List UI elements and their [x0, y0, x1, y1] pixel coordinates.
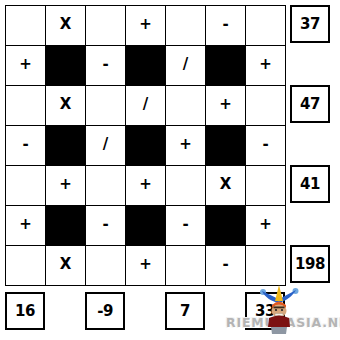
operator-cell-r6c1: +	[6, 206, 46, 246]
entry-cell-r7c3[interactable]	[86, 246, 126, 286]
blocked-cell-r6c4	[126, 206, 166, 246]
col-target--9: -9	[85, 292, 125, 330]
operator-cell-r2c3: -	[86, 46, 126, 86]
col-target-16: 16	[5, 292, 45, 330]
entry-cell-r3c7[interactable]	[246, 86, 286, 126]
blocked-cell-r4c2	[46, 126, 86, 166]
puzzle-grid: X+-+-/+X/+-/+-++X+--+X+-	[5, 5, 286, 286]
operator-cell-r3c6: +	[206, 86, 246, 126]
operator-cell-r6c3: -	[86, 206, 126, 246]
operator-cell-r1c6: -	[206, 6, 246, 46]
jester-mascot-icon	[259, 284, 299, 334]
blocked-cell-r6c6	[206, 206, 246, 246]
operator-cell-r2c1: +	[6, 46, 46, 86]
operator-cell-r1c2: X	[46, 6, 86, 46]
entry-cell-r1c3[interactable]	[86, 6, 126, 46]
operator-cell-r7c6: -	[206, 246, 246, 286]
entry-cell-r7c1[interactable]	[6, 246, 46, 286]
blocked-cell-r6c2	[46, 206, 86, 246]
operator-cell-r2c7: +	[246, 46, 286, 86]
entry-cell-r3c5[interactable]	[166, 86, 206, 126]
entry-cell-r1c1[interactable]	[6, 6, 46, 46]
operator-cell-r6c5: -	[166, 206, 206, 246]
row-target-198: 198	[290, 245, 330, 283]
entry-cell-r3c1[interactable]	[6, 86, 46, 126]
operator-cell-r5c6: X	[206, 166, 246, 206]
row-target-47: 47	[290, 85, 330, 123]
blocked-cell-r4c6	[206, 126, 246, 166]
entry-cell-r5c1[interactable]	[6, 166, 46, 206]
entry-cell-r7c7[interactable]	[246, 246, 286, 286]
entry-cell-r5c3[interactable]	[86, 166, 126, 206]
entry-cell-r1c5[interactable]	[166, 6, 206, 46]
operator-cell-r4c3: /	[86, 126, 126, 166]
operator-cell-r4c5: +	[166, 126, 206, 166]
row-target-41: 41	[290, 165, 330, 203]
operator-cell-r6c7: +	[246, 206, 286, 246]
operator-cell-r4c7: -	[246, 126, 286, 166]
entry-cell-r5c7[interactable]	[246, 166, 286, 206]
operator-cell-r5c4: +	[126, 166, 166, 206]
operator-cell-r2c5: /	[166, 46, 206, 86]
blocked-cell-r2c2	[46, 46, 86, 86]
blocked-cell-r2c6	[206, 46, 246, 86]
operator-cell-r7c2: X	[46, 246, 86, 286]
blocked-cell-r2c4	[126, 46, 166, 86]
operator-cell-r4c1: -	[6, 126, 46, 166]
operator-cell-r3c2: X	[46, 86, 86, 126]
entry-cell-r3c3[interactable]	[86, 86, 126, 126]
row-target-37: 37	[290, 5, 330, 43]
blocked-cell-r4c4	[126, 126, 166, 166]
operator-cell-r7c4: +	[126, 246, 166, 286]
entry-cell-r7c5[interactable]	[166, 246, 206, 286]
operator-cell-r1c4: +	[126, 6, 166, 46]
entry-cell-r5c5[interactable]	[166, 166, 206, 206]
entry-cell-r1c7[interactable]	[246, 6, 286, 46]
col-target-7: 7	[165, 292, 205, 330]
operator-cell-r5c2: +	[46, 166, 86, 206]
operator-cell-r3c4: /	[126, 86, 166, 126]
